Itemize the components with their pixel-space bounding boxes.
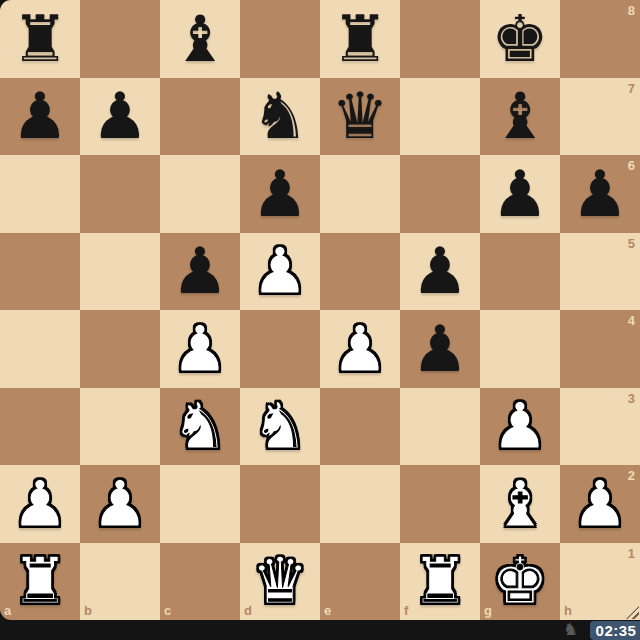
square-f1[interactable]: ♜f (400, 543, 480, 621)
square-a3[interactable] (0, 388, 80, 466)
square-d7[interactable]: ♞ (240, 78, 320, 156)
square-b2[interactable]: ♟ (80, 465, 160, 543)
piece-black-pawn[interactable]: ♟ (480, 155, 560, 233)
piece-white-rook[interactable]: ♜ (0, 543, 80, 621)
square-h2[interactable]: ♟2 (560, 465, 640, 543)
rank-label-6: 6 (628, 159, 635, 172)
file-label-e: e (324, 604, 331, 617)
square-b3[interactable] (80, 388, 160, 466)
square-a8[interactable]: ♜ (0, 0, 80, 78)
square-g1[interactable]: ♚g (480, 543, 560, 621)
square-a7[interactable]: ♟ (0, 78, 80, 156)
square-d4[interactable] (240, 310, 320, 388)
piece-white-pawn[interactable]: ♟ (320, 310, 400, 388)
square-c3[interactable]: ♞ (160, 388, 240, 466)
square-e4[interactable]: ♟ (320, 310, 400, 388)
rank-label-1: 1 (628, 547, 635, 560)
piece-black-bishop[interactable]: ♝ (480, 78, 560, 156)
app: ♜♝♜♚8♟♟♞♛♝7♟♟♟6♟♟♟5♟♟♟4♞♞♟3♟♟♝♟2♜abc♛de♜… (0, 0, 640, 640)
square-f6[interactable] (400, 155, 480, 233)
piece-white-pawn[interactable]: ♟ (80, 465, 160, 543)
piece-black-knight[interactable]: ♞ (240, 78, 320, 156)
square-c8[interactable]: ♝ (160, 0, 240, 78)
square-b6[interactable] (80, 155, 160, 233)
square-d8[interactable] (240, 0, 320, 78)
square-e2[interactable] (320, 465, 400, 543)
square-f4[interactable]: ♟ (400, 310, 480, 388)
square-h3[interactable]: 3 (560, 388, 640, 466)
piece-white-bishop[interactable]: ♝ (480, 465, 560, 543)
square-f2[interactable] (400, 465, 480, 543)
square-e8[interactable]: ♜ (320, 0, 400, 78)
knight-icon: ♞ (563, 621, 578, 638)
piece-black-pawn[interactable]: ♟ (400, 310, 480, 388)
square-d5[interactable]: ♟ (240, 233, 320, 311)
square-c4[interactable]: ♟ (160, 310, 240, 388)
square-g5[interactable] (480, 233, 560, 311)
rank-label-8: 8 (628, 4, 635, 17)
square-a6[interactable] (0, 155, 80, 233)
file-label-a: a (4, 604, 11, 617)
square-b1[interactable]: b (80, 543, 160, 621)
square-c6[interactable] (160, 155, 240, 233)
square-b7[interactable]: ♟ (80, 78, 160, 156)
square-g6[interactable]: ♟ (480, 155, 560, 233)
square-f7[interactable] (400, 78, 480, 156)
square-g2[interactable]: ♝ (480, 465, 560, 543)
piece-black-pawn[interactable]: ♟ (240, 155, 320, 233)
square-d1[interactable]: ♛d (240, 543, 320, 621)
square-b4[interactable] (80, 310, 160, 388)
square-h5[interactable]: 5 (560, 233, 640, 311)
rank-label-4: 4 (628, 314, 635, 327)
piece-white-pawn[interactable]: ♟ (160, 310, 240, 388)
square-d3[interactable]: ♞ (240, 388, 320, 466)
square-c1[interactable]: c (160, 543, 240, 621)
piece-white-knight[interactable]: ♞ (240, 388, 320, 466)
chess-board: ♜♝♜♚8♟♟♞♛♝7♟♟♟6♟♟♟5♟♟♟4♞♞♟3♟♟♝♟2♜abc♛de♜… (0, 0, 640, 620)
piece-white-knight[interactable]: ♞ (160, 388, 240, 466)
square-c5[interactable]: ♟ (160, 233, 240, 311)
rank-label-5: 5 (628, 237, 635, 250)
square-c2[interactable] (160, 465, 240, 543)
piece-white-queen[interactable]: ♛ (240, 543, 320, 621)
file-label-f: f (404, 604, 408, 617)
piece-black-pawn[interactable]: ♟ (400, 233, 480, 311)
rank-label-7: 7 (628, 82, 635, 95)
square-g4[interactable] (480, 310, 560, 388)
square-h8[interactable]: 8 (560, 0, 640, 78)
square-a5[interactable] (0, 233, 80, 311)
square-b5[interactable] (80, 233, 160, 311)
timer-value: 02:35 (596, 622, 637, 639)
square-e1[interactable]: e (320, 543, 400, 621)
piece-white-pawn[interactable]: ♟ (240, 233, 320, 311)
file-label-h: h (564, 604, 572, 617)
square-h4[interactable]: 4 (560, 310, 640, 388)
file-label-g: g (484, 604, 492, 617)
piece-black-rook[interactable]: ♜ (320, 0, 400, 78)
square-f8[interactable] (400, 0, 480, 78)
square-h6[interactable]: ♟6 (560, 155, 640, 233)
file-label-c: c (164, 604, 171, 617)
square-e5[interactable] (320, 233, 400, 311)
piece-white-pawn[interactable]: ♟ (480, 388, 560, 466)
square-b8[interactable] (80, 0, 160, 78)
piece-black-king[interactable]: ♚ (480, 0, 560, 78)
square-h1[interactable]: 1h (560, 543, 640, 621)
piece-black-queen[interactable]: ♛ (320, 78, 400, 156)
square-e6[interactable] (320, 155, 400, 233)
square-h7[interactable]: 7 (560, 78, 640, 156)
square-d2[interactable] (240, 465, 320, 543)
square-c7[interactable] (160, 78, 240, 156)
square-e3[interactable] (320, 388, 400, 466)
square-a1[interactable]: ♜a (0, 543, 80, 621)
piece-black-rook[interactable]: ♜ (0, 0, 80, 78)
square-g3[interactable]: ♟ (480, 388, 560, 466)
square-a4[interactable] (0, 310, 80, 388)
piece-black-bishop[interactable]: ♝ (160, 0, 240, 78)
file-label-b: b (84, 604, 92, 617)
rank-label-2: 2 (628, 469, 635, 482)
piece-black-pawn[interactable]: ♟ (0, 78, 80, 156)
square-d6[interactable]: ♟ (240, 155, 320, 233)
piece-black-pawn[interactable]: ♟ (160, 233, 240, 311)
square-g7[interactable]: ♝ (480, 78, 560, 156)
timer: 02:35 (590, 621, 640, 640)
piece-white-pawn[interactable]: ♟ (0, 465, 80, 543)
square-g8[interactable]: ♚ (480, 0, 560, 78)
piece-black-pawn[interactable]: ♟ (80, 78, 160, 156)
square-e7[interactable]: ♛ (320, 78, 400, 156)
status-bar: ♞ 02:35 (0, 620, 640, 640)
file-label-d: d (244, 604, 252, 617)
square-f3[interactable] (400, 388, 480, 466)
piece-white-rook[interactable]: ♜ (400, 543, 480, 621)
square-f5[interactable]: ♟ (400, 233, 480, 311)
rank-label-3: 3 (628, 392, 635, 405)
piece-white-king[interactable]: ♚ (480, 543, 560, 621)
square-a2[interactable]: ♟ (0, 465, 80, 543)
